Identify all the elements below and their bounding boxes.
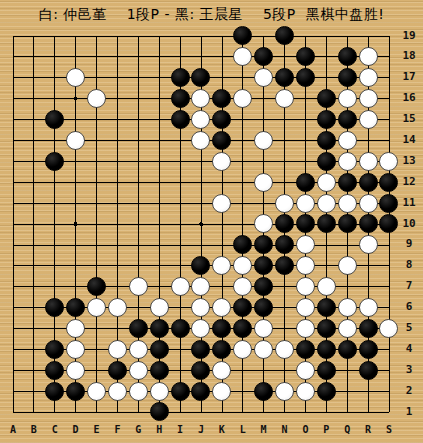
intersection-E6[interactable]: [86, 297, 107, 318]
intersection-B2[interactable]: [23, 381, 44, 402]
intersection-C9[interactable]: [44, 234, 65, 255]
intersection-N4[interactable]: [274, 339, 295, 360]
intersection-J6[interactable]: [191, 297, 212, 318]
intersection-K11[interactable]: [211, 193, 232, 214]
intersection-E15[interactable]: [86, 109, 107, 130]
intersection-O13[interactable]: [295, 151, 316, 172]
intersection-F6[interactable]: [107, 297, 128, 318]
intersection-M5[interactable]: [253, 318, 274, 339]
intersection-M1[interactable]: [253, 402, 274, 423]
intersection-B12[interactable]: [23, 172, 44, 193]
intersection-J3[interactable]: [191, 360, 212, 381]
intersection-B16[interactable]: [23, 88, 44, 109]
intersection-R9[interactable]: [358, 234, 379, 255]
intersection-K5[interactable]: [211, 318, 232, 339]
intersection-J16[interactable]: [191, 88, 212, 109]
intersection-J8[interactable]: [191, 255, 212, 276]
intersection-D18[interactable]: [65, 46, 86, 67]
intersection-A8[interactable]: [3, 255, 24, 276]
intersection-L11[interactable]: [232, 193, 253, 214]
intersection-H9[interactable]: [149, 234, 170, 255]
intersection-L9[interactable]: [232, 234, 253, 255]
intersection-R12[interactable]: [358, 172, 379, 193]
intersection-A4[interactable]: [3, 339, 24, 360]
intersection-N5[interactable]: [274, 318, 295, 339]
intersection-G18[interactable]: [128, 46, 149, 67]
intersection-F15[interactable]: [107, 109, 128, 130]
intersection-K4[interactable]: [211, 339, 232, 360]
intersection-O19[interactable]: [295, 26, 316, 47]
intersection-J17[interactable]: [191, 67, 212, 88]
intersection-G1[interactable]: [128, 402, 149, 423]
intersection-M7[interactable]: [253, 276, 274, 297]
intersection-C3[interactable]: [44, 360, 65, 381]
intersection-N7[interactable]: [274, 276, 295, 297]
intersection-I11[interactable]: [170, 193, 191, 214]
intersection-H7[interactable]: [149, 276, 170, 297]
intersection-J4[interactable]: [191, 339, 212, 360]
intersection-O2[interactable]: [295, 381, 316, 402]
intersection-G10[interactable]: [128, 214, 149, 235]
intersection-P6[interactable]: [316, 297, 337, 318]
intersection-J13[interactable]: [191, 151, 212, 172]
intersection-O17[interactable]: [295, 67, 316, 88]
intersection-L10[interactable]: [232, 214, 253, 235]
intersection-E11[interactable]: [86, 193, 107, 214]
intersection-G2[interactable]: [128, 381, 149, 402]
intersection-M19[interactable]: [253, 26, 274, 47]
intersection-M18[interactable]: [253, 46, 274, 67]
intersection-B14[interactable]: [23, 130, 44, 151]
intersection-G11[interactable]: [128, 193, 149, 214]
intersection-R14[interactable]: [358, 130, 379, 151]
intersection-M16[interactable]: [253, 88, 274, 109]
intersection-P5[interactable]: [316, 318, 337, 339]
intersection-I17[interactable]: [170, 67, 191, 88]
intersection-B19[interactable]: [23, 26, 44, 47]
intersection-I14[interactable]: [170, 130, 191, 151]
intersection-K17[interactable]: [211, 67, 232, 88]
intersection-R3[interactable]: [358, 360, 379, 381]
intersection-C5[interactable]: [44, 318, 65, 339]
intersection-G6[interactable]: [128, 297, 149, 318]
intersection-O1[interactable]: [295, 402, 316, 423]
intersection-H16[interactable]: [149, 88, 170, 109]
intersection-O11[interactable]: [295, 193, 316, 214]
intersection-L17[interactable]: [232, 67, 253, 88]
intersection-N14[interactable]: [274, 130, 295, 151]
intersection-L18[interactable]: [232, 46, 253, 67]
intersection-M3[interactable]: [253, 360, 274, 381]
intersection-D17[interactable]: [65, 67, 86, 88]
intersection-D15[interactable]: [65, 109, 86, 130]
intersection-J14[interactable]: [191, 130, 212, 151]
intersection-K9[interactable]: [211, 234, 232, 255]
intersection-H1[interactable]: [149, 402, 170, 423]
intersection-D10[interactable]: [65, 214, 86, 235]
intersection-M6[interactable]: [253, 297, 274, 318]
intersection-D8[interactable]: [65, 255, 86, 276]
intersection-J11[interactable]: [191, 193, 212, 214]
intersection-I9[interactable]: [170, 234, 191, 255]
intersection-K10[interactable]: [211, 214, 232, 235]
intersection-O7[interactable]: [295, 276, 316, 297]
intersection-G17[interactable]: [128, 67, 149, 88]
intersection-N8[interactable]: [274, 255, 295, 276]
intersection-B13[interactable]: [23, 151, 44, 172]
intersection-P11[interactable]: [316, 193, 337, 214]
intersection-G15[interactable]: [128, 109, 149, 130]
intersection-J19[interactable]: [191, 26, 212, 47]
intersection-F19[interactable]: [107, 26, 128, 47]
intersection-G19[interactable]: [128, 26, 149, 47]
intersection-F8[interactable]: [107, 255, 128, 276]
intersection-Q3[interactable]: [337, 360, 358, 381]
intersection-B18[interactable]: [23, 46, 44, 67]
intersection-R11[interactable]: [358, 193, 379, 214]
intersection-K14[interactable]: [211, 130, 232, 151]
intersection-H13[interactable]: [149, 151, 170, 172]
intersection-J10[interactable]: [191, 214, 212, 235]
intersection-N13[interactable]: [274, 151, 295, 172]
intersection-E9[interactable]: [86, 234, 107, 255]
intersection-O4[interactable]: [295, 339, 316, 360]
intersection-C13[interactable]: [44, 151, 65, 172]
intersection-B9[interactable]: [23, 234, 44, 255]
intersection-D7[interactable]: [65, 276, 86, 297]
intersection-F7[interactable]: [107, 276, 128, 297]
intersection-M8[interactable]: [253, 255, 274, 276]
intersection-A12[interactable]: [3, 172, 24, 193]
intersection-Q1[interactable]: [337, 402, 358, 423]
intersection-E16[interactable]: [86, 88, 107, 109]
intersection-A6[interactable]: [3, 297, 24, 318]
intersection-N1[interactable]: [274, 402, 295, 423]
intersection-N15[interactable]: [274, 109, 295, 130]
intersection-L14[interactable]: [232, 130, 253, 151]
intersection-E10[interactable]: [86, 214, 107, 235]
intersection-R10[interactable]: [358, 214, 379, 235]
intersection-M14[interactable]: [253, 130, 274, 151]
intersection-Q11[interactable]: [337, 193, 358, 214]
intersection-J9[interactable]: [191, 234, 212, 255]
intersection-F18[interactable]: [107, 46, 128, 67]
intersection-P2[interactable]: [316, 381, 337, 402]
intersection-I3[interactable]: [170, 360, 191, 381]
intersection-G8[interactable]: [128, 255, 149, 276]
intersection-Q5[interactable]: [337, 318, 358, 339]
intersection-O18[interactable]: [295, 46, 316, 67]
board[interactable]: [3, 26, 400, 423]
intersection-K12[interactable]: [211, 172, 232, 193]
intersection-L2[interactable]: [232, 381, 253, 402]
intersection-K8[interactable]: [211, 255, 232, 276]
intersection-E4[interactable]: [86, 339, 107, 360]
intersection-H12[interactable]: [149, 172, 170, 193]
intersection-B4[interactable]: [23, 339, 44, 360]
intersection-Q9[interactable]: [337, 234, 358, 255]
intersection-K3[interactable]: [211, 360, 232, 381]
intersection-R2[interactable]: [358, 381, 379, 402]
intersection-P14[interactable]: [316, 130, 337, 151]
intersection-J2[interactable]: [191, 381, 212, 402]
intersection-Q12[interactable]: [337, 172, 358, 193]
intersection-Q6[interactable]: [337, 297, 358, 318]
intersection-R16[interactable]: [358, 88, 379, 109]
intersection-K18[interactable]: [211, 46, 232, 67]
intersection-C10[interactable]: [44, 214, 65, 235]
intersection-M15[interactable]: [253, 109, 274, 130]
intersection-L15[interactable]: [232, 109, 253, 130]
intersection-N10[interactable]: [274, 214, 295, 235]
intersection-H10[interactable]: [149, 214, 170, 235]
intersection-P10[interactable]: [316, 214, 337, 235]
intersection-D1[interactable]: [65, 402, 86, 423]
intersection-G7[interactable]: [128, 276, 149, 297]
intersection-P18[interactable]: [316, 46, 337, 67]
intersection-D6[interactable]: [65, 297, 86, 318]
intersection-I6[interactable]: [170, 297, 191, 318]
intersection-M17[interactable]: [253, 67, 274, 88]
intersection-F9[interactable]: [107, 234, 128, 255]
intersection-J18[interactable]: [191, 46, 212, 67]
intersection-Q2[interactable]: [337, 381, 358, 402]
intersection-Q15[interactable]: [337, 109, 358, 130]
intersection-R13[interactable]: [358, 151, 379, 172]
intersection-G14[interactable]: [128, 130, 149, 151]
intersection-P4[interactable]: [316, 339, 337, 360]
intersection-H17[interactable]: [149, 67, 170, 88]
intersection-L1[interactable]: [232, 402, 253, 423]
intersection-A11[interactable]: [3, 193, 24, 214]
intersection-R8[interactable]: [358, 255, 379, 276]
intersection-R1[interactable]: [358, 402, 379, 423]
intersection-G12[interactable]: [128, 172, 149, 193]
intersection-O5[interactable]: [295, 318, 316, 339]
intersection-F13[interactable]: [107, 151, 128, 172]
intersection-N19[interactable]: [274, 26, 295, 47]
intersection-P19[interactable]: [316, 26, 337, 47]
intersection-G3[interactable]: [128, 360, 149, 381]
intersection-M4[interactable]: [253, 339, 274, 360]
intersection-H2[interactable]: [149, 381, 170, 402]
intersection-D13[interactable]: [65, 151, 86, 172]
intersection-Q17[interactable]: [337, 67, 358, 88]
intersection-H4[interactable]: [149, 339, 170, 360]
intersection-D14[interactable]: [65, 130, 86, 151]
intersection-C2[interactable]: [44, 381, 65, 402]
intersection-Q14[interactable]: [337, 130, 358, 151]
intersection-B17[interactable]: [23, 67, 44, 88]
intersection-C15[interactable]: [44, 109, 65, 130]
intersection-I18[interactable]: [170, 46, 191, 67]
intersection-F17[interactable]: [107, 67, 128, 88]
intersection-R7[interactable]: [358, 276, 379, 297]
intersection-E13[interactable]: [86, 151, 107, 172]
intersection-P16[interactable]: [316, 88, 337, 109]
intersection-N2[interactable]: [274, 381, 295, 402]
intersection-A15[interactable]: [3, 109, 24, 130]
intersection-F4[interactable]: [107, 339, 128, 360]
intersection-A10[interactable]: [3, 214, 24, 235]
intersection-Q13[interactable]: [337, 151, 358, 172]
intersection-G13[interactable]: [128, 151, 149, 172]
intersection-B8[interactable]: [23, 255, 44, 276]
intersection-I16[interactable]: [170, 88, 191, 109]
intersection-I4[interactable]: [170, 339, 191, 360]
intersection-E2[interactable]: [86, 381, 107, 402]
intersection-Q4[interactable]: [337, 339, 358, 360]
intersection-F2[interactable]: [107, 381, 128, 402]
intersection-D9[interactable]: [65, 234, 86, 255]
intersection-L3[interactable]: [232, 360, 253, 381]
intersection-L16[interactable]: [232, 88, 253, 109]
intersection-N11[interactable]: [274, 193, 295, 214]
intersection-L12[interactable]: [232, 172, 253, 193]
intersection-E17[interactable]: [86, 67, 107, 88]
intersection-O10[interactable]: [295, 214, 316, 235]
intersection-D12[interactable]: [65, 172, 86, 193]
intersection-A5[interactable]: [3, 318, 24, 339]
intersection-C19[interactable]: [44, 26, 65, 47]
intersection-A1[interactable]: [3, 402, 24, 423]
intersection-F10[interactable]: [107, 214, 128, 235]
intersection-D16[interactable]: [65, 88, 86, 109]
intersection-L5[interactable]: [232, 318, 253, 339]
intersection-L7[interactable]: [232, 276, 253, 297]
intersection-E12[interactable]: [86, 172, 107, 193]
intersection-N16[interactable]: [274, 88, 295, 109]
intersection-J7[interactable]: [191, 276, 212, 297]
intersection-G16[interactable]: [128, 88, 149, 109]
intersection-K6[interactable]: [211, 297, 232, 318]
intersection-H6[interactable]: [149, 297, 170, 318]
intersection-R15[interactable]: [358, 109, 379, 130]
intersection-I10[interactable]: [170, 214, 191, 235]
intersection-K19[interactable]: [211, 26, 232, 47]
intersection-R6[interactable]: [358, 297, 379, 318]
intersection-H18[interactable]: [149, 46, 170, 67]
intersection-M9[interactable]: [253, 234, 274, 255]
intersection-O3[interactable]: [295, 360, 316, 381]
intersection-I19[interactable]: [170, 26, 191, 47]
intersection-I13[interactable]: [170, 151, 191, 172]
intersection-B15[interactable]: [23, 109, 44, 130]
intersection-N6[interactable]: [274, 297, 295, 318]
intersection-F14[interactable]: [107, 130, 128, 151]
intersection-D11[interactable]: [65, 193, 86, 214]
intersection-E7[interactable]: [86, 276, 107, 297]
intersection-R19[interactable]: [358, 26, 379, 47]
intersection-M12[interactable]: [253, 172, 274, 193]
intersection-P8[interactable]: [316, 255, 337, 276]
intersection-I5[interactable]: [170, 318, 191, 339]
intersection-K16[interactable]: [211, 88, 232, 109]
intersection-H14[interactable]: [149, 130, 170, 151]
intersection-D19[interactable]: [65, 26, 86, 47]
intersection-E19[interactable]: [86, 26, 107, 47]
intersection-R17[interactable]: [358, 67, 379, 88]
intersection-C16[interactable]: [44, 88, 65, 109]
intersection-K7[interactable]: [211, 276, 232, 297]
intersection-C11[interactable]: [44, 193, 65, 214]
intersection-I7[interactable]: [170, 276, 191, 297]
intersection-I8[interactable]: [170, 255, 191, 276]
intersection-O15[interactable]: [295, 109, 316, 130]
intersection-N9[interactable]: [274, 234, 295, 255]
intersection-J1[interactable]: [191, 402, 212, 423]
intersection-F11[interactable]: [107, 193, 128, 214]
intersection-J5[interactable]: [191, 318, 212, 339]
intersection-M10[interactable]: [253, 214, 274, 235]
intersection-F16[interactable]: [107, 88, 128, 109]
intersection-R18[interactable]: [358, 46, 379, 67]
intersection-B3[interactable]: [23, 360, 44, 381]
intersection-I2[interactable]: [170, 381, 191, 402]
intersection-L6[interactable]: [232, 297, 253, 318]
intersection-G9[interactable]: [128, 234, 149, 255]
intersection-B6[interactable]: [23, 297, 44, 318]
intersection-C12[interactable]: [44, 172, 65, 193]
intersection-Q8[interactable]: [337, 255, 358, 276]
intersection-H11[interactable]: [149, 193, 170, 214]
intersection-Q18[interactable]: [337, 46, 358, 67]
intersection-D4[interactable]: [65, 339, 86, 360]
intersection-E3[interactable]: [86, 360, 107, 381]
intersection-A2[interactable]: [3, 381, 24, 402]
intersection-C8[interactable]: [44, 255, 65, 276]
intersection-P7[interactable]: [316, 276, 337, 297]
intersection-A19[interactable]: [3, 26, 24, 47]
intersection-E1[interactable]: [86, 402, 107, 423]
intersection-M2[interactable]: [253, 381, 274, 402]
intersection-H15[interactable]: [149, 109, 170, 130]
intersection-L13[interactable]: [232, 151, 253, 172]
intersection-P1[interactable]: [316, 402, 337, 423]
intersection-K2[interactable]: [211, 381, 232, 402]
intersection-C6[interactable]: [44, 297, 65, 318]
intersection-A9[interactable]: [3, 234, 24, 255]
intersection-F3[interactable]: [107, 360, 128, 381]
intersection-A18[interactable]: [3, 46, 24, 67]
intersection-P13[interactable]: [316, 151, 337, 172]
intersection-E5[interactable]: [86, 318, 107, 339]
intersection-M13[interactable]: [253, 151, 274, 172]
intersection-O8[interactable]: [295, 255, 316, 276]
intersection-P15[interactable]: [316, 109, 337, 130]
intersection-L19[interactable]: [232, 26, 253, 47]
intersection-D5[interactable]: [65, 318, 86, 339]
intersection-A16[interactable]: [3, 88, 24, 109]
intersection-B10[interactable]: [23, 214, 44, 235]
intersection-A3[interactable]: [3, 360, 24, 381]
intersection-L8[interactable]: [232, 255, 253, 276]
intersection-O9[interactable]: [295, 234, 316, 255]
intersection-J12[interactable]: [191, 172, 212, 193]
intersection-B5[interactable]: [23, 318, 44, 339]
intersection-F5[interactable]: [107, 318, 128, 339]
intersection-Q10[interactable]: [337, 214, 358, 235]
intersection-E18[interactable]: [86, 46, 107, 67]
intersection-F12[interactable]: [107, 172, 128, 193]
intersection-B1[interactable]: [23, 402, 44, 423]
intersection-A7[interactable]: [3, 276, 24, 297]
intersection-B11[interactable]: [23, 193, 44, 214]
intersection-H8[interactable]: [149, 255, 170, 276]
intersection-H3[interactable]: [149, 360, 170, 381]
intersection-Q7[interactable]: [337, 276, 358, 297]
intersection-C17[interactable]: [44, 67, 65, 88]
